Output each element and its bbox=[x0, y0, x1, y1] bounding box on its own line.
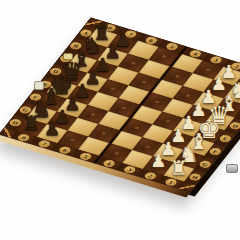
metal-clasp-icon bbox=[226, 164, 238, 173]
piece-white-rook[interactable]: ♜ bbox=[167, 156, 190, 179]
board-grid: 87654321A♜♟♟♜AB♞♟♟♞BC♝♟♟♝CD♛♟♟♛DE♚♟♟♚EF♝… bbox=[0, 18, 240, 193]
brass-hinge-icon bbox=[63, 53, 73, 60]
chess-board: 87654321A♜♟♟♜AB♞♟♟♞BC♝♟♟♝CD♛♟♟♛DE♚♟♟♚EF♝… bbox=[0, 18, 240, 193]
chess-set-photo: 87654321A♜♟♟♜AB♞♟♟♞BC♝♟♟♝CD♛♟♟♛DE♚♟♟♚EF♝… bbox=[0, 0, 240, 240]
brass-clasp-icon bbox=[34, 81, 44, 90]
piece-white-pawn[interactable]: ♟ bbox=[147, 149, 170, 172]
piece-black-pawn[interactable]: ♟ bbox=[41, 117, 64, 140]
piece-black-rook[interactable]: ♜ bbox=[20, 111, 43, 134]
file-label-right-d: D bbox=[228, 121, 240, 130]
